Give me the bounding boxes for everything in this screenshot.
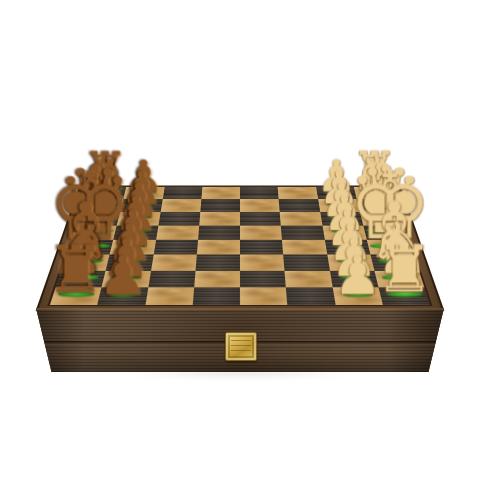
board-cell [240, 255, 285, 271]
board-cell [199, 212, 240, 225]
brass-plaque [225, 332, 257, 361]
board-stage: ♜♟♟♜♞♟♟♞♝♟♟♝♛♟♟♛♚♟♟♚♝♟♟♝♞♟♟♞♜♟♟♜ [0, 0, 480, 480]
board-cell [240, 212, 281, 225]
board-cell [197, 240, 240, 255]
rook-glyph: ♜ [354, 240, 454, 299]
chess-piece-black-rook: ♜ [26, 240, 126, 297]
box-shadow [70, 367, 410, 379]
board-cell [240, 187, 279, 199]
board-cell [200, 199, 240, 212]
board-cell [194, 270, 240, 287]
board-cell [240, 287, 288, 305]
board-cell [192, 287, 240, 305]
storage-box-front [36, 308, 444, 372]
board-cell [240, 270, 286, 287]
board-cell [240, 199, 280, 212]
board-cell [201, 187, 240, 199]
board-cell [198, 225, 240, 239]
rook-glyph: ♜ [26, 240, 126, 299]
chess-board: ♜♟♟♜♞♟♟♞♝♟♟♝♛♟♟♛♚♟♟♚♝♟♟♝♞♟♟♞♜♟♟♜ [35, 185, 444, 311]
board-cell [195, 255, 240, 271]
chess-piece-white-rook: ♜ [354, 240, 454, 297]
board-cell [240, 240, 283, 255]
board-cell [240, 225, 282, 239]
product-photo-background: ♜♟♟♜♞♟♟♞♝♟♟♝♛♟♟♛♚♟♟♚♝♟♟♝♞♟♟♞♜♟♟♜ [0, 0, 480, 480]
